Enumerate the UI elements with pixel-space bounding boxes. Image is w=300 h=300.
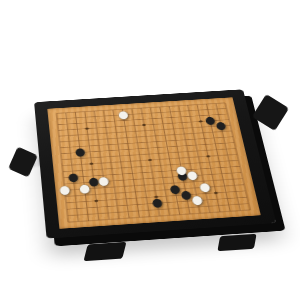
white-stone: ● [59,184,71,196]
frame-latch [8,147,38,178]
go-board: ●●●●●●●●●●●●●●●●● [34,89,276,238]
board-grid: ●●●●●●●●●●●●●●●●● [56,103,250,222]
white-stone: ● [186,169,199,181]
black-stone: ● [215,120,227,131]
black-stone: ● [74,146,86,157]
board-frame: ●●●●●●●●●●●●●●●●● [34,89,276,238]
board-surface: ●●●●●●●●●●●●●●●●● [47,97,261,229]
white-stone: ● [117,109,129,120]
board-foot [217,234,256,251]
board-foot [83,242,126,262]
product-photo: ●●●●●●●●●●●●●●●●● [0,0,300,300]
white-stone: ● [98,175,110,187]
white-stone: ● [198,181,211,193]
black-stone: ● [151,197,164,209]
white-stone: ● [79,183,91,195]
frame-latch [252,94,289,131]
black-stone: ● [67,171,79,183]
white-stone: ● [191,194,204,206]
